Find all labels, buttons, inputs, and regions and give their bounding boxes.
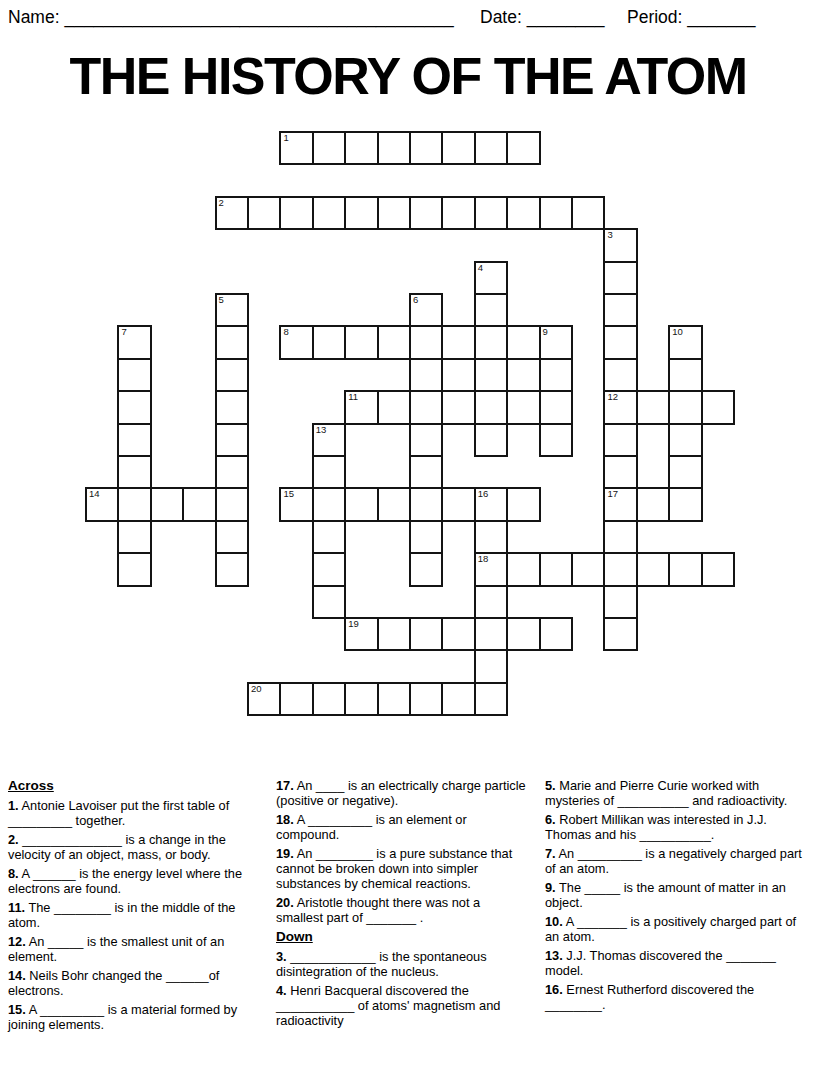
grid-cell-r9c12[interactable]	[474, 423, 508, 457]
grid-cell-r2c9[interactable]	[377, 196, 411, 230]
clue-number-label: 13.	[545, 948, 563, 963]
grid-cell-r7c4[interactable]	[215, 358, 249, 392]
grid-cell-r15c13[interactable]	[506, 617, 540, 651]
grid-cell-r11c3[interactable]	[182, 487, 216, 521]
clue-number-badge-8: 8	[283, 327, 288, 338]
grid-cell-r0c7[interactable]	[312, 131, 346, 165]
grid-cell-r15c11[interactable]	[441, 617, 475, 651]
grid-cell-r6c7[interactable]	[312, 325, 346, 359]
clue-number-badge-9: 9	[543, 327, 548, 338]
clue-2: 2. ______________ is a change in the vel…	[8, 832, 266, 862]
grid-cell-r0c6[interactable]: 1	[279, 131, 313, 165]
clue-number-label: 2.	[8, 832, 19, 847]
grid-cell-r5c12[interactable]	[474, 293, 508, 327]
clue-8: 8. A ______ is the energy level where th…	[8, 866, 266, 896]
grid-cell-r7c14[interactable]	[539, 358, 573, 392]
clue-number-badge-16: 16	[478, 489, 489, 500]
grid-cell-r8c8[interactable]: 11	[344, 390, 378, 424]
grid-cell-r13c13[interactable]	[506, 552, 540, 586]
grid-cell-r13c16[interactable]	[603, 552, 637, 586]
grid-cell-r17c9[interactable]	[377, 682, 411, 716]
grid-cell-r11c10[interactable]	[409, 487, 443, 521]
grid-cell-r2c10[interactable]	[409, 196, 443, 230]
crossword-grid: 1234567891011121314151617181920	[85, 131, 737, 717]
clue-number-label: 18.	[276, 812, 294, 827]
grid-cell-r2c11[interactable]	[441, 196, 475, 230]
grid-cell-r6c10[interactable]	[409, 325, 443, 359]
clue-number-badge-15: 15	[283, 489, 294, 500]
clue-number-badge-20: 20	[251, 684, 262, 695]
grid-cell-r6c16[interactable]	[603, 325, 637, 359]
clue-number-label: 3.	[276, 949, 287, 964]
grid-cell-r11c11[interactable]	[441, 487, 475, 521]
clue-number-badge-19: 19	[348, 619, 359, 630]
grid-cell-r9c1[interactable]	[117, 423, 151, 457]
grid-cell-r0c11[interactable]	[441, 131, 475, 165]
clue-number-label: 8.	[8, 866, 19, 881]
grid-cell-r2c4[interactable]: 2	[215, 196, 249, 230]
grid-cell-r9c7[interactable]: 13	[312, 423, 346, 457]
grid-cell-r7c18[interactable]	[668, 358, 702, 392]
grid-cell-r2c7[interactable]	[312, 196, 346, 230]
grid-cell-r11c16[interactable]: 17	[603, 487, 637, 521]
clue-number-badge-18: 18	[478, 554, 489, 565]
clue-number-badge-2: 2	[219, 198, 224, 209]
clue-number-label: 10.	[545, 914, 563, 929]
grid-cell-r17c6[interactable]	[279, 682, 313, 716]
period-blank-line[interactable]: _______	[687, 7, 755, 27]
clue-number-badge-6: 6	[413, 295, 418, 306]
period-label: Period:	[627, 7, 682, 27]
clue-column-3: 5. Marie and Pierre Curie worked with my…	[545, 778, 803, 1016]
grid-cell-r9c4[interactable]	[215, 423, 249, 457]
grid-cell-r7c16[interactable]	[603, 358, 637, 392]
grid-cell-r14c7[interactable]	[312, 585, 346, 619]
grid-cell-r12c7[interactable]	[312, 520, 346, 554]
name-label: Name:	[8, 7, 60, 27]
grid-cell-r13c7[interactable]	[312, 552, 346, 586]
clue-number-badge-17: 17	[607, 489, 618, 500]
grid-cell-r2c14[interactable]	[539, 196, 573, 230]
grid-cell-r4c12[interactable]: 4	[474, 261, 508, 295]
clue-number-label: 5.	[545, 778, 556, 793]
grid-cell-r9c10[interactable]	[409, 423, 443, 457]
clue-13: 13. J.J. Thomas discovered the _______ m…	[545, 948, 803, 978]
clue-number-badge-13: 13	[316, 425, 327, 436]
grid-cell-r11c8[interactable]	[344, 487, 378, 521]
clue-column-2: 17. An ____ is an electrically charge pa…	[276, 778, 530, 1032]
grid-cell-r8c17[interactable]	[636, 390, 670, 424]
grid-cell-r12c10[interactable]	[409, 520, 443, 554]
grid-cell-r8c13[interactable]	[506, 390, 540, 424]
grid-cell-r11c7[interactable]	[312, 487, 346, 521]
clue-section-heading-across: Across	[8, 778, 266, 794]
grid-cell-r0c12[interactable]	[474, 131, 508, 165]
grid-cell-r11c6[interactable]: 15	[279, 487, 313, 521]
grid-cell-r11c0[interactable]: 14	[85, 487, 119, 521]
page-title: THE HISTORY OF THE ATOM	[0, 48, 816, 105]
grid-cell-r8c12[interactable]	[474, 390, 508, 424]
clue-number-badge-7: 7	[121, 327, 126, 338]
grid-cell-r0c13[interactable]	[506, 131, 540, 165]
grid-cell-r6c9[interactable]	[377, 325, 411, 359]
grid-cell-r8c18[interactable]	[668, 390, 702, 424]
clue-15: 15. A _________ is a material formed by …	[8, 1002, 266, 1032]
grid-cell-r9c14[interactable]	[539, 423, 573, 457]
date-field: Date: ________	[480, 7, 605, 28]
clue-number-label: 4.	[276, 983, 287, 998]
grid-cell-r2c13[interactable]	[506, 196, 540, 230]
name-field: Name: __________________________________…	[8, 7, 454, 28]
clue-4: 4. Henri Bacqueral discovered the ______…	[276, 983, 530, 1028]
clue-number-badge-14: 14	[89, 489, 100, 500]
grid-cell-r10c16[interactable]	[603, 455, 637, 489]
clue-number-label: 14.	[8, 968, 26, 983]
grid-cell-r13c15[interactable]	[571, 552, 605, 586]
clue-number-label: 6.	[545, 812, 556, 827]
grid-cell-r2c15[interactable]	[571, 196, 605, 230]
grid-cell-r3c16[interactable]: 3	[603, 228, 637, 262]
grid-cell-r6c12[interactable]	[474, 325, 508, 359]
grid-cell-r5c10[interactable]: 6	[409, 293, 443, 327]
grid-cell-r10c18[interactable]	[668, 455, 702, 489]
period-field: Period: _______	[627, 7, 755, 28]
grid-cell-r12c16[interactable]	[603, 520, 637, 554]
name-blank-line[interactable]: ________________________________________	[64, 7, 453, 27]
grid-cell-r8c11[interactable]	[441, 390, 475, 424]
grid-cell-r7c1[interactable]	[117, 358, 151, 392]
grid-cell-r0c8[interactable]	[344, 131, 378, 165]
grid-cell-r15c8[interactable]: 19	[344, 617, 378, 651]
grid-cell-r6c18[interactable]: 10	[668, 325, 702, 359]
grid-cell-r8c9[interactable]	[377, 390, 411, 424]
grid-cell-r2c6[interactable]	[279, 196, 313, 230]
grid-cell-r10c1[interactable]	[117, 455, 151, 489]
grid-cell-r11c12[interactable]: 16	[474, 487, 508, 521]
grid-cell-r17c12[interactable]	[474, 682, 508, 716]
grid-cell-r12c12[interactable]	[474, 520, 508, 554]
clue-number-label: 12.	[8, 934, 26, 949]
grid-cell-r6c14[interactable]: 9	[539, 325, 573, 359]
clue-number-label: 17.	[276, 778, 294, 793]
clue-number-label: 19.	[276, 846, 294, 861]
grid-cell-r16c12[interactable]	[474, 649, 508, 683]
grid-cell-r0c10[interactable]	[409, 131, 443, 165]
grid-cell-r4c16[interactable]	[603, 261, 637, 295]
date-blank-line[interactable]: ________	[527, 7, 605, 27]
grid-cell-r5c4[interactable]: 5	[215, 293, 249, 327]
grid-cell-r11c18[interactable]	[668, 487, 702, 521]
grid-cell-r13c17[interactable]	[636, 552, 670, 586]
grid-cell-r15c9[interactable]	[377, 617, 411, 651]
grid-cell-r13c19[interactable]	[701, 552, 735, 586]
clue-number-badge-5: 5	[219, 295, 224, 306]
grid-cell-r13c12[interactable]: 18	[474, 552, 508, 586]
grid-cell-r12c1[interactable]	[117, 520, 151, 554]
clue-12: 12. An _____ is the smallest unit of an …	[8, 934, 266, 964]
grid-cell-r15c14[interactable]	[539, 617, 573, 651]
grid-cell-r12c4[interactable]	[215, 520, 249, 554]
clue-number-badge-11: 11	[348, 392, 358, 403]
clue-18: 18. A _________ is an element or compoun…	[276, 812, 530, 842]
clue-11: 11. The ________ is in the middle of the…	[8, 900, 266, 930]
clue-3: 3. ____________ is the spontaneous disin…	[276, 949, 530, 979]
clue-19: 19. An ________ is a pure substance that…	[276, 846, 530, 891]
grid-cell-r6c6[interactable]: 8	[279, 325, 313, 359]
grid-cell-r2c8[interactable]	[344, 196, 378, 230]
grid-cell-r13c10[interactable]	[409, 552, 443, 586]
grid-cell-r8c1[interactable]	[117, 390, 151, 424]
clue-number-label: 7.	[545, 846, 556, 861]
clue-16: 16. Ernest Rutherford discovered the ___…	[545, 982, 803, 1012]
grid-cell-r13c1[interactable]	[117, 552, 151, 586]
clue-10: 10. A _______ is a positively charged pa…	[545, 914, 803, 944]
clue-number-label: 20.	[276, 895, 294, 910]
grid-cell-r11c13[interactable]	[506, 487, 540, 521]
grid-cell-r9c18[interactable]	[668, 423, 702, 457]
clue-9: 9. The _____ is the amount of matter in …	[545, 880, 803, 910]
clue-number-badge-10: 10	[672, 327, 683, 338]
grid-cell-r15c16[interactable]	[603, 617, 637, 651]
clue-7: 7. An _________ is a negatively charged …	[545, 846, 803, 876]
clue-section-heading-down: Down	[276, 929, 530, 945]
grid-cell-r8c16[interactable]: 12	[603, 390, 637, 424]
grid-cell-r7c10[interactable]	[409, 358, 443, 392]
clue-number-label: 15.	[8, 1002, 26, 1017]
grid-cell-r13c14[interactable]	[539, 552, 573, 586]
clue-5: 5. Marie and Pierre Curie worked with my…	[545, 778, 803, 808]
grid-cell-r2c5[interactable]	[247, 196, 281, 230]
grid-cell-r14c12[interactable]	[474, 585, 508, 619]
grid-cell-r13c4[interactable]	[215, 552, 249, 586]
grid-cell-r17c10[interactable]	[409, 682, 443, 716]
grid-cell-r9c16[interactable]	[603, 423, 637, 457]
clue-17: 17. An ____ is an electrically charge pa…	[276, 778, 530, 808]
grid-cell-r0c9[interactable]	[377, 131, 411, 165]
grid-cell-r13c18[interactable]	[668, 552, 702, 586]
grid-cell-r6c13[interactable]	[506, 325, 540, 359]
clue-number-badge-12: 12	[607, 392, 618, 403]
clue-number-label: 16.	[545, 982, 563, 997]
grid-cell-r6c1[interactable]: 7	[117, 325, 151, 359]
grid-cell-r6c4[interactable]	[215, 325, 249, 359]
grid-cell-r14c16[interactable]	[603, 585, 637, 619]
grid-cell-r15c12[interactable]	[474, 617, 508, 651]
grid-cell-r15c10[interactable]	[409, 617, 443, 651]
clue-14: 14. Neils Bohr changed the ______of elec…	[8, 968, 266, 998]
clue-number-label: 11.	[8, 900, 25, 915]
grid-cell-r8c14[interactable]	[539, 390, 573, 424]
grid-cell-r17c8[interactable]	[344, 682, 378, 716]
clue-number-badge-1: 1	[283, 133, 288, 144]
grid-cell-r17c5[interactable]: 20	[247, 682, 281, 716]
grid-cell-r6c8[interactable]	[344, 325, 378, 359]
grid-cell-r8c10[interactable]	[409, 390, 443, 424]
grid-cell-r10c4[interactable]	[215, 455, 249, 489]
grid-cell-r7c12[interactable]	[474, 358, 508, 392]
grid-cell-r11c17[interactable]	[636, 487, 670, 521]
grid-cell-r8c19[interactable]	[701, 390, 735, 424]
grid-cell-r11c1[interactable]	[117, 487, 151, 521]
clue-number-label: 1.	[8, 798, 19, 813]
worksheet-page: Name: __________________________________…	[0, 0, 816, 1083]
clue-number-badge-3: 3	[607, 230, 612, 241]
clue-6: 6. Robert Millikan was interested in J.J…	[545, 812, 803, 842]
clue-20: 20. Aristotle thought there was not a sm…	[276, 895, 530, 925]
clue-1: 1. Antonie Lavoiser put the first table …	[8, 798, 266, 828]
grid-cell-r11c4[interactable]	[215, 487, 249, 521]
grid-cell-r17c11[interactable]	[441, 682, 475, 716]
grid-cell-r10c7[interactable]	[312, 455, 346, 489]
date-label: Date:	[480, 7, 522, 27]
grid-cell-r11c2[interactable]	[150, 487, 184, 521]
grid-cell-r6c11[interactable]	[441, 325, 475, 359]
grid-cell-r8c4[interactable]	[215, 390, 249, 424]
clue-column-1: Across1. Antonie Lavoiser put the first …	[8, 778, 266, 1036]
grid-cell-r10c10[interactable]	[409, 455, 443, 489]
grid-cell-r2c12[interactable]	[474, 196, 508, 230]
clue-number-badge-4: 4	[478, 263, 483, 274]
grid-cell-r17c7[interactable]	[312, 682, 346, 716]
clue-number-label: 9.	[545, 880, 556, 895]
grid-cell-r11c9[interactable]	[377, 487, 411, 521]
grid-cell-r5c16[interactable]	[603, 293, 637, 327]
